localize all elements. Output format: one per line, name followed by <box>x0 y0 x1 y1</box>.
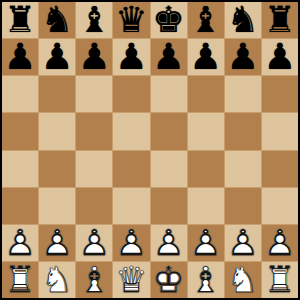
square-h3[interactable] <box>262 188 298 224</box>
square-h4[interactable] <box>262 151 298 187</box>
chess-board-frame: ♜♞♝♛♚♝♞♜♟♟♟♟♟♟♟♟♟♙♟♙♟♙♟♙♟♙♟♙♟♙♟♙♜♖♞♘♝♗♛♕… <box>0 0 300 300</box>
square-e8[interactable]: ♚ <box>151 2 187 38</box>
black-piece-glyph: ♜ <box>262 2 298 38</box>
piece-white-knight: ♞♘ <box>39 262 75 298</box>
square-e3[interactable] <box>151 188 187 224</box>
piece-white-pawn: ♟♙ <box>113 225 149 261</box>
piece-black-knight: ♞ <box>225 2 261 38</box>
black-piece-glyph: ♟ <box>2 39 38 75</box>
square-g5[interactable] <box>225 113 261 149</box>
square-g2[interactable]: ♟♙ <box>225 225 261 261</box>
square-h1[interactable]: ♜♖ <box>262 262 298 298</box>
black-piece-glyph: ♟ <box>262 39 298 75</box>
square-a1[interactable]: ♜♖ <box>2 262 38 298</box>
square-f3[interactable] <box>188 188 224 224</box>
square-c8[interactable]: ♝ <box>76 2 112 38</box>
square-h5[interactable] <box>262 113 298 149</box>
square-a3[interactable] <box>2 188 38 224</box>
chess-board: ♜♞♝♛♚♝♞♜♟♟♟♟♟♟♟♟♟♙♟♙♟♙♟♙♟♙♟♙♟♙♟♙♜♖♞♘♝♗♛♕… <box>2 2 298 298</box>
square-d2[interactable]: ♟♙ <box>113 225 149 261</box>
square-f1[interactable]: ♝♗ <box>188 262 224 298</box>
piece-black-rook: ♜ <box>262 2 298 38</box>
black-piece-glyph: ♞ <box>225 2 261 38</box>
square-d5[interactable] <box>113 113 149 149</box>
white-piece-outline: ♙ <box>113 225 149 261</box>
black-piece-glyph: ♟ <box>151 39 187 75</box>
square-f4[interactable] <box>188 151 224 187</box>
square-d3[interactable] <box>113 188 149 224</box>
white-piece-outline: ♘ <box>39 262 75 298</box>
square-g7[interactable]: ♟ <box>225 39 261 75</box>
piece-white-rook: ♜♖ <box>262 262 298 298</box>
piece-white-bishop: ♝♗ <box>188 262 224 298</box>
square-h8[interactable]: ♜ <box>262 2 298 38</box>
square-h7[interactable]: ♟ <box>262 39 298 75</box>
piece-white-pawn: ♟♙ <box>151 225 187 261</box>
square-b8[interactable]: ♞ <box>39 2 75 38</box>
piece-white-king: ♚♔ <box>151 262 187 298</box>
square-c3[interactable] <box>76 188 112 224</box>
black-piece-glyph: ♞ <box>39 2 75 38</box>
square-d7[interactable]: ♟ <box>113 39 149 75</box>
white-piece-outline: ♖ <box>2 262 38 298</box>
square-e5[interactable] <box>151 113 187 149</box>
white-piece-outline: ♙ <box>151 225 187 261</box>
piece-black-pawn: ♟ <box>188 39 224 75</box>
square-c2[interactable]: ♟♙ <box>76 225 112 261</box>
white-piece-outline: ♙ <box>76 225 112 261</box>
square-b6[interactable] <box>39 76 75 112</box>
square-d8[interactable]: ♛ <box>113 2 149 38</box>
piece-black-bishop: ♝ <box>188 2 224 38</box>
black-piece-glyph: ♟ <box>39 39 75 75</box>
square-a4[interactable] <box>2 151 38 187</box>
square-a5[interactable] <box>2 113 38 149</box>
square-f8[interactable]: ♝ <box>188 2 224 38</box>
square-g6[interactable] <box>225 76 261 112</box>
square-d6[interactable] <box>113 76 149 112</box>
piece-white-pawn: ♟♙ <box>262 225 298 261</box>
piece-white-knight: ♞♘ <box>225 262 261 298</box>
square-f7[interactable]: ♟ <box>188 39 224 75</box>
white-piece-outline: ♔ <box>151 262 187 298</box>
square-h2[interactable]: ♟♙ <box>262 225 298 261</box>
piece-black-pawn: ♟ <box>39 39 75 75</box>
black-piece-glyph: ♟ <box>113 39 149 75</box>
piece-black-bishop: ♝ <box>76 2 112 38</box>
square-e6[interactable] <box>151 76 187 112</box>
square-b1[interactable]: ♞♘ <box>39 262 75 298</box>
piece-black-king: ♚ <box>151 2 187 38</box>
square-e7[interactable]: ♟ <box>151 39 187 75</box>
square-e4[interactable] <box>151 151 187 187</box>
piece-white-pawn: ♟♙ <box>76 225 112 261</box>
white-piece-outline: ♙ <box>39 225 75 261</box>
black-piece-glyph: ♟ <box>76 39 112 75</box>
piece-black-knight: ♞ <box>39 2 75 38</box>
black-piece-glyph: ♟ <box>188 39 224 75</box>
square-b2[interactable]: ♟♙ <box>39 225 75 261</box>
piece-black-pawn: ♟ <box>151 39 187 75</box>
white-piece-outline: ♘ <box>225 262 261 298</box>
square-b5[interactable] <box>39 113 75 149</box>
black-piece-glyph: ♜ <box>2 2 38 38</box>
black-piece-glyph: ♝ <box>76 2 112 38</box>
square-e1[interactable]: ♚♔ <box>151 262 187 298</box>
piece-black-pawn: ♟ <box>262 39 298 75</box>
square-c1[interactable]: ♝♗ <box>76 262 112 298</box>
square-a7[interactable]: ♟ <box>2 39 38 75</box>
square-f6[interactable] <box>188 76 224 112</box>
piece-black-pawn: ♟ <box>76 39 112 75</box>
square-c5[interactable] <box>76 113 112 149</box>
piece-black-pawn: ♟ <box>113 39 149 75</box>
white-piece-outline: ♙ <box>2 225 38 261</box>
white-piece-outline: ♗ <box>188 262 224 298</box>
square-f5[interactable] <box>188 113 224 149</box>
white-piece-outline: ♙ <box>225 225 261 261</box>
white-piece-outline: ♖ <box>262 262 298 298</box>
square-g1[interactable]: ♞♘ <box>225 262 261 298</box>
square-g4[interactable] <box>225 151 261 187</box>
black-piece-glyph: ♟ <box>225 39 261 75</box>
white-piece-outline: ♙ <box>188 225 224 261</box>
square-b3[interactable] <box>39 188 75 224</box>
piece-black-queen: ♛ <box>113 2 149 38</box>
piece-white-pawn: ♟♙ <box>225 225 261 261</box>
piece-white-bishop: ♝♗ <box>76 262 112 298</box>
square-a6[interactable] <box>2 76 38 112</box>
square-c4[interactable] <box>76 151 112 187</box>
square-d4[interactable] <box>113 151 149 187</box>
square-g3[interactable] <box>225 188 261 224</box>
square-g8[interactable]: ♞ <box>225 2 261 38</box>
square-e2[interactable]: ♟♙ <box>151 225 187 261</box>
black-piece-glyph: ♚ <box>151 2 187 38</box>
black-piece-glyph: ♛ <box>113 2 149 38</box>
piece-white-queen: ♛♕ <box>113 262 149 298</box>
piece-black-rook: ♜ <box>2 2 38 38</box>
piece-black-pawn: ♟ <box>225 39 261 75</box>
piece-white-pawn: ♟♙ <box>39 225 75 261</box>
square-h6[interactable] <box>262 76 298 112</box>
square-d1[interactable]: ♛♕ <box>113 262 149 298</box>
piece-black-pawn: ♟ <box>2 39 38 75</box>
white-piece-outline: ♙ <box>262 225 298 261</box>
white-piece-outline: ♕ <box>113 262 149 298</box>
piece-white-pawn: ♟♙ <box>188 225 224 261</box>
square-a2[interactable]: ♟♙ <box>2 225 38 261</box>
square-a8[interactable]: ♜ <box>2 2 38 38</box>
square-c7[interactable]: ♟ <box>76 39 112 75</box>
piece-white-pawn: ♟♙ <box>2 225 38 261</box>
piece-white-rook: ♜♖ <box>2 262 38 298</box>
square-b4[interactable] <box>39 151 75 187</box>
white-piece-outline: ♗ <box>76 262 112 298</box>
square-f2[interactable]: ♟♙ <box>188 225 224 261</box>
square-b7[interactable]: ♟ <box>39 39 75 75</box>
square-c6[interactable] <box>76 76 112 112</box>
black-piece-glyph: ♝ <box>188 2 224 38</box>
